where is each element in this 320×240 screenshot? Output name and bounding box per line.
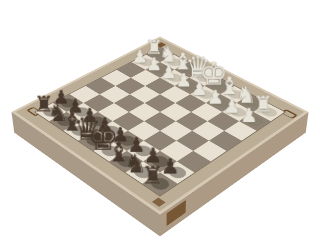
piece-shadow xyxy=(57,97,79,110)
piece-shadow xyxy=(258,105,281,118)
piece-shadow xyxy=(226,105,249,118)
render-scene: ♜♞♝♛♚♝♞♜♟♟♟♟♟♟♟♟♟♟♟♟♟♟♟♟♜♞♝♛♚♝♞♜ xyxy=(0,0,320,240)
piece-shadow xyxy=(241,97,263,110)
chess-board-3d: ♜♞♝♛♚♝♞♜♟♟♟♟♟♟♟♟♟♟♟♟♟♟♟♟♜♞♝♛♚♝♞♜ xyxy=(12,37,309,215)
piece-shadow xyxy=(130,164,155,180)
piece-shadow xyxy=(209,80,231,92)
square-r4c1[interactable] xyxy=(100,86,130,103)
piece-shadow xyxy=(148,154,173,170)
piece-shadow xyxy=(179,80,201,92)
square-r7c0[interactable]: ♜ xyxy=(36,103,67,121)
piece-bP: ♟ xyxy=(53,88,70,107)
piece-bR: ♜ xyxy=(34,94,54,116)
corner-tab-near xyxy=(152,198,166,207)
square-r5c2[interactable] xyxy=(98,103,129,121)
board-top-face: ♜♞♝♛♚♝♞♜♟♟♟♟♟♟♟♟♟♟♟♟♟♟♟♟♜♞♝♛♚♝♞♜ xyxy=(12,37,309,215)
piece-shadow xyxy=(98,143,122,158)
piece-shadow xyxy=(40,105,62,118)
piece-shadow xyxy=(147,175,172,192)
piece-shadow xyxy=(210,97,232,110)
